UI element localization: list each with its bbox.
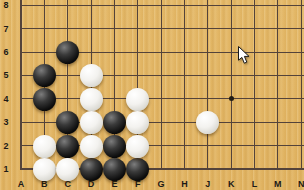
- stone-white-F3: [126, 111, 149, 134]
- stone-white-D3: [80, 111, 103, 134]
- stone-white-F2: [126, 135, 149, 158]
- stone-black-D1: [80, 158, 103, 181]
- stone-white-D5: [80, 64, 103, 87]
- stone-white-D2: [80, 135, 103, 158]
- row-label-5: 5: [0, 70, 12, 80]
- row-label-3: 3: [0, 117, 12, 127]
- row-label-1: 1: [0, 164, 12, 174]
- stone-white-F4: [126, 88, 149, 111]
- col-label-N: N: [295, 179, 304, 189]
- col-label-L: L: [249, 179, 261, 189]
- stone-white-C1: [56, 158, 79, 181]
- star-point-K4: [229, 96, 234, 101]
- stone-black-F1: [126, 158, 149, 181]
- grid-line-row-7: [20, 28, 304, 29]
- row-label-7: 7: [0, 24, 12, 34]
- stone-black-C6: [56, 41, 79, 64]
- row-label-8: 8: [0, 0, 12, 10]
- stone-black-B5: [33, 64, 56, 87]
- stone-white-J3: [196, 111, 219, 134]
- stone-black-E2: [103, 135, 126, 158]
- stone-black-E1: [103, 158, 126, 181]
- stone-black-C2: [56, 135, 79, 158]
- grid-line-row-4: [20, 98, 304, 99]
- col-label-A: A: [15, 179, 27, 189]
- stone-white-D4: [80, 88, 103, 111]
- stone-black-E3: [103, 111, 126, 134]
- row-label-6: 6: [0, 47, 12, 57]
- col-label-K: K: [225, 179, 237, 189]
- stone-black-B4: [33, 88, 56, 111]
- stone-white-B2: [33, 135, 56, 158]
- row-label-4: 4: [0, 94, 12, 104]
- stone-white-B1: [33, 158, 56, 181]
- grid-line-row-8: [20, 5, 304, 6]
- grid-line-row-5: [20, 75, 304, 76]
- row-label-2: 2: [0, 141, 12, 151]
- go-app-window: 87654321ABCDEFGHJKLMN: [0, 0, 304, 190]
- col-label-J: J: [202, 179, 214, 189]
- go-board[interactable]: 87654321ABCDEFGHJKLMN: [0, 0, 304, 190]
- col-label-M: M: [272, 179, 284, 189]
- stone-black-C3: [56, 111, 79, 134]
- mouse-cursor-icon: [238, 46, 251, 66]
- col-label-H: H: [178, 179, 190, 189]
- col-label-G: G: [155, 179, 167, 189]
